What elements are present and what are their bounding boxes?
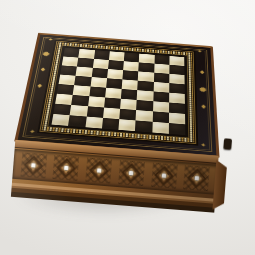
chess-box: ✦ ✦ ✦ ✦ ✹♦♦ ♦✹♦ [10,6,230,214]
pendant-icon: ♦ [31,83,49,89]
pendant-icon: ♦ [34,67,51,73]
diamond-carving [118,160,145,186]
board-top-face: ✦ ✦ ✦ ✦ ✹♦♦ ♦✹♦ [14,33,219,158]
photo-background: ✦ ✦ ✦ ✦ ✹♦♦ ♦✹♦ [0,0,255,255]
ornaments-right: ♦✹♦ [193,47,214,156]
rosette-icon: ✹ [195,86,212,94]
square-f1 [135,120,152,132]
square-d1 [102,118,120,130]
pendant-icon: ♦ [194,70,210,76]
chess-board [52,48,186,135]
rosette-icon: ✹ [37,50,54,58]
square-c1 [85,117,103,129]
square-g1 [152,122,169,134]
diamond-carving [85,158,112,184]
board-surface: ✦ ✦ ✦ ✦ ✹♦♦ ♦✹♦ [14,33,219,158]
latch-knob [223,138,232,150]
square-e1 [118,119,135,131]
mosaic-border-band [39,41,196,144]
square-h1 [169,123,186,135]
diamond-carving [183,165,210,191]
diamond-carving [53,155,80,181]
pendant-icon: ♦ [195,104,212,111]
inner-border [47,45,189,138]
diamond-carving [20,152,47,178]
diamond-carving [151,163,178,189]
square-a1 [52,114,70,126]
square-b1 [68,115,86,127]
